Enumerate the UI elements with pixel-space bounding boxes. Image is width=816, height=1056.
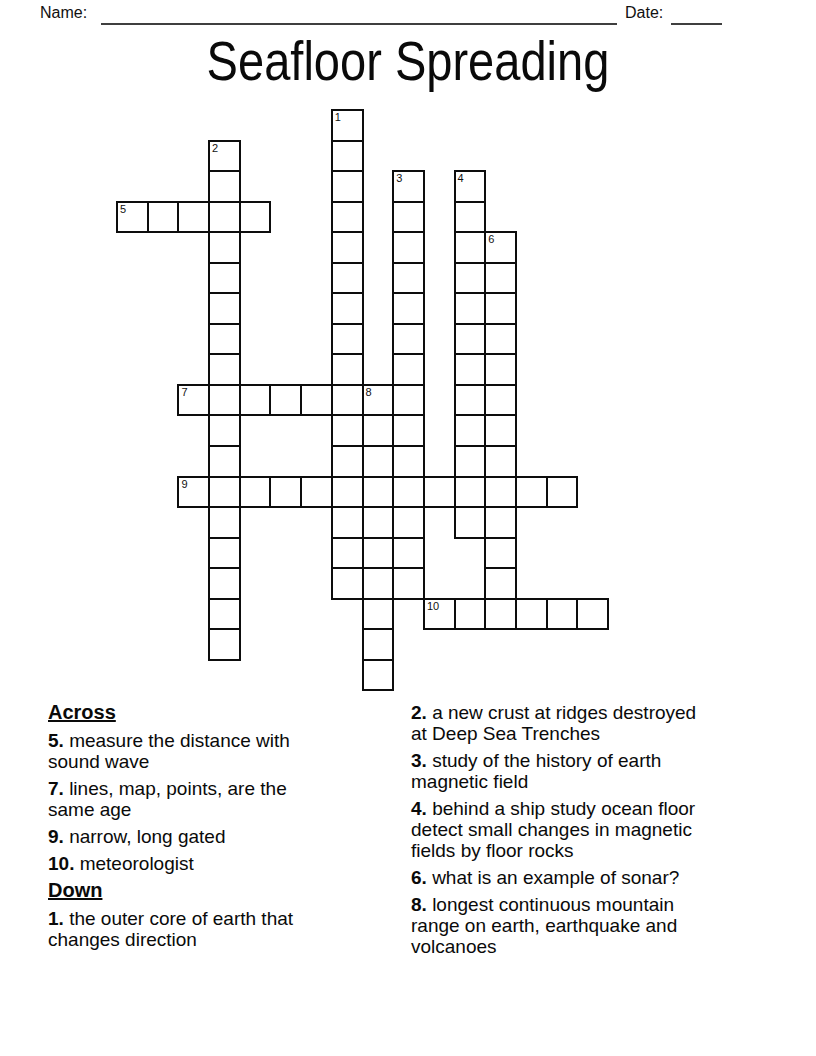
- grid-cell[interactable]: [362, 598, 395, 631]
- grid-cell[interactable]: [423, 476, 456, 509]
- grid-cell[interactable]: [331, 231, 364, 264]
- clue-line: 8. longest continuous mountain: [411, 894, 756, 915]
- across-clue-list: 5. measure the distance withsound wave7.…: [48, 730, 348, 874]
- grid-cell[interactable]: [208, 231, 241, 264]
- clue-line: 10. meteorologist: [48, 853, 348, 874]
- grid-cell[interactable]: [484, 384, 517, 417]
- clue-line: sound wave: [48, 751, 348, 772]
- grid-cell[interactable]: [392, 567, 425, 600]
- grid-cell[interactable]: [331, 262, 364, 295]
- grid-cell[interactable]: [362, 414, 395, 447]
- clue-line: same age: [48, 799, 348, 820]
- grid-cell[interactable]: [362, 537, 395, 570]
- grid-cell[interactable]: [392, 231, 425, 264]
- grid-cell[interactable]: 8: [362, 384, 395, 417]
- grid-cell[interactable]: 7: [177, 384, 210, 417]
- page-title: Seafloor Spreading: [65, 32, 750, 90]
- grid-cell[interactable]: [331, 384, 364, 417]
- grid-cell[interactable]: [392, 292, 425, 325]
- grid-cell[interactable]: [392, 445, 425, 478]
- cell-number-label: 4: [458, 172, 464, 184]
- clue-item: 9. narrow, long gated: [48, 826, 348, 847]
- grid-cell[interactable]: [392, 353, 425, 386]
- grid-cell[interactable]: [392, 323, 425, 356]
- crossword-grid: 12345678910: [117, 110, 608, 690]
- grid-cell[interactable]: [484, 537, 517, 570]
- grid-cell[interactable]: [484, 292, 517, 325]
- date-label: Date:: [625, 4, 663, 22]
- grid-cell[interactable]: [269, 384, 302, 417]
- grid-cell[interactable]: [362, 476, 395, 509]
- grid-cell[interactable]: [484, 323, 517, 356]
- grid-cell[interactable]: [208, 292, 241, 325]
- grid-cell[interactable]: [239, 384, 272, 417]
- grid-cell[interactable]: [331, 201, 364, 234]
- grid-cell[interactable]: [362, 659, 395, 692]
- grid-cell[interactable]: [392, 476, 425, 509]
- down-clue-list-first: 1. the outer core of earth thatchanges d…: [48, 908, 348, 950]
- clues-right-column: 2. a new crust at ridges destroyedat Dee…: [411, 702, 756, 963]
- clue-number: 6.: [411, 867, 427, 888]
- grid-cell[interactable]: [454, 262, 487, 295]
- grid-cell[interactable]: [300, 384, 333, 417]
- grid-cell[interactable]: 9: [177, 476, 210, 509]
- grid-cell[interactable]: 1: [331, 109, 364, 142]
- grid-cell[interactable]: [454, 353, 487, 386]
- grid-cell[interactable]: [392, 262, 425, 295]
- clue-line: changes direction: [48, 929, 348, 950]
- clue-line: 7. lines, map, points, are the: [48, 778, 348, 799]
- clue-number: 4.: [411, 798, 427, 819]
- grid-cell[interactable]: [454, 598, 487, 631]
- grid-cell[interactable]: [392, 506, 425, 539]
- clue-number: 1.: [48, 908, 64, 929]
- grid-cell[interactable]: [239, 201, 272, 234]
- grid-cell[interactable]: [300, 476, 333, 509]
- clue-item: 3. study of the history of earthmagnetic…: [411, 750, 756, 792]
- grid-cell[interactable]: [331, 140, 364, 173]
- clue-line: 1. the outer core of earth that: [48, 908, 348, 929]
- grid-cell[interactable]: [208, 201, 241, 234]
- grid-cell[interactable]: [484, 506, 517, 539]
- grid-cell[interactable]: [331, 445, 364, 478]
- cell-number-label: 1: [335, 111, 341, 123]
- grid-cell[interactable]: [208, 628, 241, 661]
- grid-cell[interactable]: 4: [454, 170, 487, 203]
- across-heading: Across: [48, 702, 348, 723]
- grid-cell[interactable]: [331, 567, 364, 600]
- clue-number: 3.: [411, 750, 427, 771]
- name-label: Name:: [40, 4, 87, 22]
- clue-item: 4. behind a ship study ocean floordetect…: [411, 798, 756, 861]
- clue-item: 10. meteorologist: [48, 853, 348, 874]
- grid-cell[interactable]: [208, 323, 241, 356]
- grid-cell[interactable]: [454, 201, 487, 234]
- grid-cell[interactable]: [362, 628, 395, 661]
- grid-cell[interactable]: [484, 414, 517, 447]
- grid-cell[interactable]: [454, 506, 487, 539]
- grid-cell[interactable]: [331, 353, 364, 386]
- grid-cell[interactable]: [208, 598, 241, 631]
- grid-cell[interactable]: [177, 201, 210, 234]
- clue-line: fields by floor rocks: [411, 840, 756, 861]
- cell-number-label: 9: [181, 478, 187, 490]
- grid-cell[interactable]: [546, 476, 579, 509]
- clue-line: 3. study of the history of earth: [411, 750, 756, 771]
- grid-cell[interactable]: [546, 598, 579, 631]
- grid-cell[interactable]: [454, 323, 487, 356]
- grid-cell[interactable]: [454, 231, 487, 264]
- clue-line: at Deep Sea Trenches: [411, 723, 756, 744]
- grid-cell[interactable]: [454, 414, 487, 447]
- clue-item: 7. lines, map, points, are thesame age: [48, 778, 348, 820]
- grid-cell[interactable]: 2: [208, 140, 241, 173]
- clue-item: 8. longest continuous mountainrange on e…: [411, 894, 756, 957]
- down-heading: Down: [48, 880, 348, 901]
- grid-cell[interactable]: [484, 476, 517, 509]
- clue-item: 5. measure the distance withsound wave: [48, 730, 348, 772]
- cell-number-label: 5: [120, 203, 126, 215]
- grid-cell[interactable]: [362, 445, 395, 478]
- cell-number-label: 3: [396, 172, 402, 184]
- grid-cell[interactable]: 5: [116, 201, 149, 234]
- grid-cell[interactable]: [208, 384, 241, 417]
- grid-cell[interactable]: [331, 323, 364, 356]
- clue-number: 7.: [48, 778, 64, 799]
- clue-line: 9. narrow, long gated: [48, 826, 348, 847]
- clue-number: 9.: [48, 826, 64, 847]
- cell-number-label: 6: [488, 233, 494, 245]
- grid-cell[interactable]: [392, 414, 425, 447]
- clue-number: 10.: [48, 853, 74, 874]
- clue-item: 6. what is an example of sonar?: [411, 867, 756, 888]
- clue-number: 5.: [48, 730, 64, 751]
- grid-cell[interactable]: [392, 384, 425, 417]
- grid-cell[interactable]: [269, 476, 302, 509]
- grid-cell[interactable]: [331, 537, 364, 570]
- clue-line: 5. measure the distance with: [48, 730, 348, 751]
- cell-number-label: 2: [212, 142, 218, 154]
- name-fill-line: [101, 2, 617, 25]
- clue-line: magnetic field: [411, 771, 756, 792]
- grid-cell[interactable]: 6: [484, 231, 517, 264]
- grid-cell[interactable]: [208, 262, 241, 295]
- grid-cell[interactable]: [331, 414, 364, 447]
- grid-cell[interactable]: [576, 598, 609, 631]
- clue-item: 1. the outer core of earth thatchanges d…: [48, 908, 348, 950]
- grid-cell[interactable]: [208, 445, 241, 478]
- grid-cell[interactable]: [331, 506, 364, 539]
- clue-item: 2. a new crust at ridges destroyedat Dee…: [411, 702, 756, 744]
- grid-cell[interactable]: [392, 201, 425, 234]
- grid-cell[interactable]: [454, 384, 487, 417]
- grid-cell[interactable]: [208, 506, 241, 539]
- grid-cell[interactable]: [208, 537, 241, 570]
- grid-cell[interactable]: [392, 537, 425, 570]
- clue-line: 6. what is an example of sonar?: [411, 867, 756, 888]
- grid-cell[interactable]: 3: [392, 170, 425, 203]
- clue-line: 4. behind a ship study ocean floor: [411, 798, 756, 819]
- grid-cell[interactable]: [484, 353, 517, 386]
- grid-cell[interactable]: [208, 476, 241, 509]
- grid-cell[interactable]: [331, 292, 364, 325]
- grid-cell[interactable]: [208, 353, 241, 386]
- grid-cell[interactable]: 10: [423, 598, 456, 631]
- clues-left-column: Across 5. measure the distance withsound…: [48, 702, 348, 956]
- cell-number-label: 7: [181, 386, 187, 398]
- grid-cell[interactable]: [331, 170, 364, 203]
- grid-cell[interactable]: [331, 476, 364, 509]
- grid-cell[interactable]: [484, 445, 517, 478]
- grid-cell[interactable]: [362, 506, 395, 539]
- cell-number-label: 8: [366, 386, 372, 398]
- clue-number: 8.: [411, 894, 427, 915]
- grid-cell[interactable]: [484, 567, 517, 600]
- grid-cell[interactable]: [147, 201, 180, 234]
- date-fill-line: [671, 2, 722, 25]
- cell-number-label: 10: [427, 600, 439, 612]
- grid-cell[interactable]: [515, 476, 548, 509]
- grid-cell[interactable]: [208, 170, 241, 203]
- grid-cell[interactable]: [454, 292, 487, 325]
- grid-cell[interactable]: [454, 445, 487, 478]
- clue-number: 2.: [411, 702, 427, 723]
- grid-cell[interactable]: [484, 598, 517, 631]
- grid-cell[interactable]: [515, 598, 548, 631]
- grid-cell[interactable]: [208, 414, 241, 447]
- grid-cell[interactable]: [454, 476, 487, 509]
- clue-line: range on earth, earthquake and: [411, 915, 756, 936]
- clue-line: 2. a new crust at ridges destroyed: [411, 702, 756, 723]
- grid-cell[interactable]: [484, 262, 517, 295]
- grid-cell[interactable]: [208, 567, 241, 600]
- clue-line: volcanoes: [411, 936, 756, 957]
- clue-line: detect small changes in magnetic: [411, 819, 756, 840]
- down-clue-list-rest: 2. a new crust at ridges destroyedat Dee…: [411, 702, 756, 957]
- grid-cell[interactable]: [362, 567, 395, 600]
- grid-cell[interactable]: [239, 476, 272, 509]
- worksheet-page: { "game": "crossword", "header": { "name…: [0, 0, 816, 1056]
